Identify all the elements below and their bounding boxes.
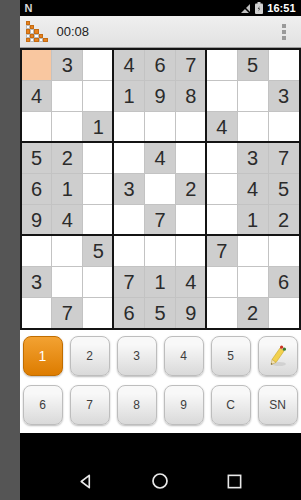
- cell-r5c8[interactable]: 4: [238, 174, 268, 204]
- cell-r8c6[interactable]: 4: [176, 267, 206, 297]
- cell-r2c2[interactable]: [52, 81, 82, 111]
- no-signal-icon: [240, 3, 251, 14]
- cell-r6c8[interactable]: 1: [238, 205, 268, 235]
- key-4[interactable]: 4: [164, 336, 204, 376]
- cell-r5c2[interactable]: 1: [52, 174, 82, 204]
- back-button[interactable]: [77, 473, 94, 490]
- cell-r7c2[interactable]: [52, 236, 82, 266]
- cell-r1c4[interactable]: 4: [114, 50, 144, 80]
- cell-r5c6[interactable]: 2: [176, 174, 206, 204]
- cell-r8c2[interactable]: [52, 267, 82, 297]
- cell-r8c5[interactable]: 1: [145, 267, 175, 297]
- status-bar-right: 16:51: [240, 2, 295, 14]
- cell-r2c1[interactable]: 4: [22, 81, 52, 111]
- cell-r6c6[interactable]: [176, 205, 206, 235]
- cell-r9c1[interactable]: [22, 298, 52, 328]
- cell-r6c1[interactable]: 9: [22, 205, 52, 235]
- cell-r2c8[interactable]: [238, 81, 268, 111]
- cell-r5c9[interactable]: 5: [269, 174, 299, 204]
- key-c[interactable]: C: [211, 385, 251, 425]
- cell-r2c6[interactable]: 8: [176, 81, 206, 111]
- cell-r4c1[interactable]: 5: [22, 143, 52, 173]
- home-button[interactable]: [151, 472, 169, 490]
- cell-r3c2[interactable]: [52, 112, 82, 142]
- cell-r1c1[interactable]: [22, 50, 52, 80]
- cell-r9c9[interactable]: [269, 298, 299, 328]
- cell-r1c9[interactable]: [269, 50, 299, 80]
- cell-r4c3[interactable]: [83, 143, 113, 173]
- cell-r6c3[interactable]: [83, 205, 113, 235]
- cell-r1c6[interactable]: 7: [176, 50, 206, 80]
- cell-r1c7[interactable]: [207, 50, 237, 80]
- cell-r1c8[interactable]: 5: [238, 50, 268, 80]
- status-time: 16:51: [267, 2, 295, 14]
- cell-r6c2[interactable]: 4: [52, 205, 82, 235]
- cell-r8c4[interactable]: 7: [114, 267, 144, 297]
- game-timer: 00:08: [57, 24, 90, 39]
- cell-r8c1[interactable]: 3: [22, 267, 52, 297]
- cell-r4c4[interactable]: [114, 143, 144, 173]
- battery-icon: [255, 2, 263, 14]
- cell-r9c5[interactable]: 5: [145, 298, 175, 328]
- android-nav-bar: [20, 433, 301, 500]
- key-3[interactable]: 3: [117, 336, 157, 376]
- cell-r2c3[interactable]: [83, 81, 113, 111]
- notification-icon-n: N: [25, 2, 33, 14]
- cell-r3c5[interactable]: [145, 112, 175, 142]
- cell-r9c3[interactable]: [83, 298, 113, 328]
- overflow-menu-icon[interactable]: [277, 23, 291, 41]
- cell-r3c8[interactable]: [238, 112, 268, 142]
- key-2[interactable]: 2: [70, 336, 110, 376]
- key-sn[interactable]: SN: [258, 385, 298, 425]
- cell-r8c9[interactable]: 6: [269, 267, 299, 297]
- cell-r8c8[interactable]: [238, 267, 268, 297]
- cell-r2c7[interactable]: [207, 81, 237, 111]
- cell-r3c6[interactable]: [176, 112, 206, 142]
- cell-r5c7[interactable]: [207, 174, 237, 204]
- cell-r9c2[interactable]: 7: [52, 298, 82, 328]
- cell-r6c9[interactable]: 2: [269, 205, 299, 235]
- key-9[interactable]: 9: [164, 385, 204, 425]
- cell-r5c3[interactable]: [83, 174, 113, 204]
- cell-r1c3[interactable]: [83, 50, 113, 80]
- cell-r2c5[interactable]: 9: [145, 81, 175, 111]
- sudoku-board: 3467541983145243761324594712573714676592: [20, 48, 301, 330]
- cell-r7c8[interactable]: [238, 236, 268, 266]
- cell-r5c4[interactable]: 3: [114, 174, 144, 204]
- cell-r3c1[interactable]: [22, 112, 52, 142]
- cell-r7c1[interactable]: [22, 236, 52, 266]
- key-1[interactable]: 1: [23, 336, 63, 376]
- app-toolbar: 00:08: [20, 16, 301, 48]
- cell-r7c5[interactable]: [145, 236, 175, 266]
- cell-r7c9[interactable]: [269, 236, 299, 266]
- key-8[interactable]: 8: [117, 385, 157, 425]
- cell-r4c2[interactable]: 2: [52, 143, 82, 173]
- cell-r6c5[interactable]: 7: [145, 205, 175, 235]
- cell-r3c3[interactable]: 1: [83, 112, 113, 142]
- cell-r3c4[interactable]: [114, 112, 144, 142]
- cell-r4c5[interactable]: 4: [145, 143, 175, 173]
- key-7[interactable]: 7: [70, 385, 110, 425]
- cell-r4c6[interactable]: [176, 143, 206, 173]
- pencil-icon: [267, 344, 289, 368]
- cell-r7c6[interactable]: [176, 236, 206, 266]
- number-pad: 123456789CSN: [20, 330, 301, 433]
- recents-button[interactable]: [226, 473, 243, 490]
- cell-r1c2[interactable]: 3: [52, 50, 82, 80]
- cell-r8c7[interactable]: [207, 267, 237, 297]
- key-5[interactable]: 5: [211, 336, 251, 376]
- cell-r2c4[interactable]: 1: [114, 81, 144, 111]
- cell-r8c3[interactable]: [83, 267, 113, 297]
- phone-screen: N 16:51 00:08 34675419831452437613245947…: [20, 0, 301, 500]
- cell-r4c7[interactable]: [207, 143, 237, 173]
- cell-r5c1[interactable]: 6: [22, 174, 52, 204]
- cell-r4c9[interactable]: 7: [269, 143, 299, 173]
- pencil-mode-button[interactable]: [258, 336, 298, 376]
- cell-r1c5[interactable]: 6: [145, 50, 175, 80]
- cell-r2c9[interactable]: 3: [269, 81, 299, 111]
- cell-r5c5[interactable]: [145, 174, 175, 204]
- cell-r7c3[interactable]: 5: [83, 236, 113, 266]
- key-6[interactable]: 6: [23, 385, 63, 425]
- cell-r9c4[interactable]: 6: [114, 298, 144, 328]
- cell-r4c8[interactable]: 3: [238, 143, 268, 173]
- cell-r9c6[interactable]: 9: [176, 298, 206, 328]
- cell-r9c8[interactable]: 2: [238, 298, 268, 328]
- status-bar: N 16:51: [20, 0, 301, 16]
- cell-r6c7[interactable]: [207, 205, 237, 235]
- sudoku-app-icon: [26, 21, 48, 42]
- cell-r7c7[interactable]: 7: [207, 236, 237, 266]
- cell-r6c4[interactable]: [114, 205, 144, 235]
- cell-r3c9[interactable]: [269, 112, 299, 142]
- cell-r7c4[interactable]: [114, 236, 144, 266]
- cell-r3c7[interactable]: 4: [207, 112, 237, 142]
- cell-r9c7[interactable]: [207, 298, 237, 328]
